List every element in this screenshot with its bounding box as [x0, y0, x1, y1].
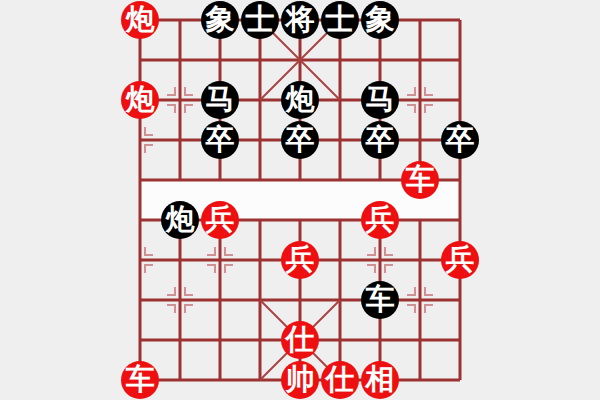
piece-glyph: 士	[326, 5, 355, 34]
piece-red-general[interactable]: 帅	[281, 361, 319, 399]
piece-black-elephant[interactable]: 象	[201, 1, 239, 39]
piece-glyph: 车	[406, 165, 435, 194]
piece-glyph: 相	[366, 365, 395, 394]
piece-black-cannon[interactable]: 炮	[281, 81, 319, 119]
piece-red-chariot[interactable]: 车	[121, 361, 159, 399]
piece-black-elephant[interactable]: 象	[361, 1, 399, 39]
piece-red-soldier[interactable]: 兵	[361, 201, 399, 239]
piece-red-advisor[interactable]: 仕	[281, 321, 319, 359]
piece-glyph: 兵	[286, 245, 315, 274]
piece-glyph: 炮	[286, 85, 315, 114]
piece-black-advisor[interactable]: 士	[241, 1, 279, 39]
piece-red-cannon[interactable]: 炮	[121, 1, 159, 39]
piece-glyph: 卒	[286, 125, 315, 154]
piece-glyph: 兵	[206, 205, 235, 234]
piece-black-soldier[interactable]: 卒	[361, 121, 399, 159]
piece-glyph: 车	[366, 285, 395, 314]
piece-glyph: 将	[286, 5, 315, 34]
piece-red-advisor[interactable]: 仕	[321, 361, 359, 399]
piece-glyph: 兵	[366, 205, 395, 234]
piece-black-soldier[interactable]: 卒	[441, 121, 479, 159]
piece-grid[interactable]: 炮象士将士象炮马炮马卒卒卒卒车炮兵兵兵兵车仕车帅仕相	[120, 0, 480, 400]
piece-glyph: 卒	[366, 125, 395, 154]
piece-black-soldier[interactable]: 卒	[201, 121, 239, 159]
piece-red-soldier[interactable]: 兵	[441, 241, 479, 279]
piece-black-chariot[interactable]: 车	[361, 281, 399, 319]
piece-glyph: 士	[246, 5, 275, 34]
piece-glyph: 炮	[126, 85, 155, 114]
piece-black-soldier[interactable]: 卒	[281, 121, 319, 159]
piece-glyph: 仕	[326, 365, 355, 394]
piece-glyph: 象	[206, 5, 235, 34]
piece-glyph: 炮	[126, 5, 155, 34]
piece-black-horse[interactable]: 马	[361, 81, 399, 119]
piece-glyph: 马	[206, 85, 235, 114]
piece-glyph: 兵	[446, 245, 475, 274]
piece-red-soldier[interactable]: 兵	[281, 241, 319, 279]
piece-glyph: 帅	[286, 365, 315, 394]
piece-red-elephant[interactable]: 相	[361, 361, 399, 399]
piece-glyph: 卒	[446, 125, 475, 154]
piece-black-cannon[interactable]: 炮	[161, 201, 199, 239]
piece-red-chariot[interactable]: 车	[401, 161, 439, 199]
piece-glyph: 炮	[166, 205, 195, 234]
piece-glyph: 仕	[286, 325, 315, 354]
piece-glyph: 车	[126, 365, 155, 394]
piece-red-cannon[interactable]: 炮	[121, 81, 159, 119]
piece-glyph: 马	[366, 85, 395, 114]
piece-glyph: 卒	[206, 125, 235, 154]
piece-black-advisor[interactable]: 士	[321, 1, 359, 39]
piece-black-general[interactable]: 将	[281, 1, 319, 39]
piece-black-horse[interactable]: 马	[201, 81, 239, 119]
piece-red-soldier[interactable]: 兵	[201, 201, 239, 239]
piece-glyph: 象	[366, 5, 395, 34]
xiangqi-board-screenshot: 炮象士将士象炮马炮马卒卒卒卒车炮兵兵兵兵车仕车帅仕相	[0, 0, 600, 400]
